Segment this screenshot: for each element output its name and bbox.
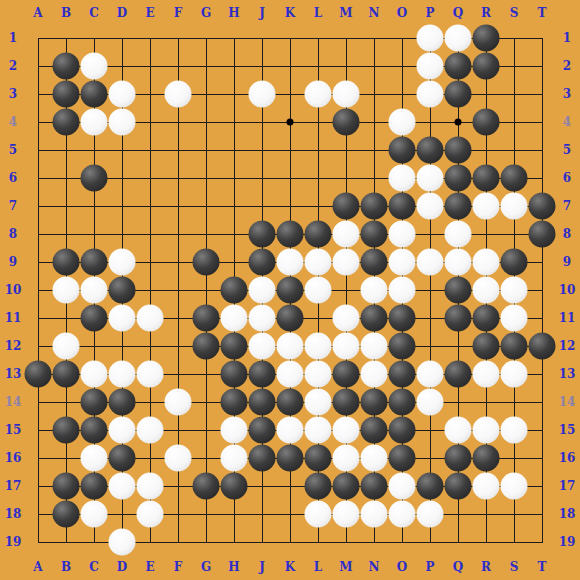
coord-label-col: T: [538, 560, 547, 574]
stone-black-C3[interactable]: [81, 81, 108, 108]
stone-white-M8[interactable]: [333, 221, 360, 248]
stone-black-R2[interactable]: [473, 53, 500, 80]
coord-label-row: 5: [9, 143, 17, 157]
stone-white-N13[interactable]: [361, 361, 388, 388]
coord-label-col: E: [145, 6, 154, 20]
stone-white-L12[interactable]: [305, 333, 332, 360]
stone-white-Q1[interactable]: [445, 25, 472, 52]
coord-label-row: 6: [563, 171, 571, 185]
coord-label-row: 17: [5, 479, 22, 493]
coord-label-col: D: [117, 560, 127, 574]
coord-label-col: K: [285, 6, 295, 20]
stone-white-R9[interactable]: [473, 249, 500, 276]
stone-black-Q17[interactable]: [445, 473, 472, 500]
stone-white-J3[interactable]: [249, 81, 276, 108]
stone-white-K15[interactable]: [277, 417, 304, 444]
coord-label-row: 8: [9, 227, 17, 241]
stone-white-P9[interactable]: [417, 249, 444, 276]
stone-black-N14[interactable]: [361, 389, 388, 416]
stone-white-M15[interactable]: [333, 417, 360, 444]
stone-white-B10[interactable]: [53, 277, 80, 304]
stone-black-D14[interactable]: [109, 389, 136, 416]
coord-label-row: 1: [563, 31, 571, 45]
star-point-icon: [455, 119, 462, 126]
coord-label-col: M: [339, 6, 352, 20]
stone-black-Q13[interactable]: [445, 361, 472, 388]
stone-black-O13[interactable]: [389, 361, 416, 388]
coord-label-row: 7: [563, 199, 571, 213]
stone-black-O16[interactable]: [389, 445, 416, 472]
stone-white-L15[interactable]: [305, 417, 332, 444]
coord-label-col: L: [314, 6, 322, 20]
stone-black-B9[interactable]: [53, 249, 80, 276]
coord-label-col: A: [33, 560, 42, 574]
coord-label-row: 6: [9, 171, 17, 185]
stone-black-G12[interactable]: [193, 333, 220, 360]
stone-black-C15[interactable]: [81, 417, 108, 444]
stone-white-H11[interactable]: [221, 305, 248, 332]
coord-label-col: O: [397, 560, 407, 574]
stone-white-H16[interactable]: [221, 445, 248, 472]
coord-label-row: 2: [563, 59, 571, 73]
stone-white-Q15[interactable]: [445, 417, 472, 444]
coord-label-col: N: [369, 560, 380, 574]
stone-black-M4[interactable]: [333, 109, 360, 136]
stone-black-J13[interactable]: [249, 361, 276, 388]
stone-black-B15[interactable]: [53, 417, 80, 444]
stone-black-B3[interactable]: [53, 81, 80, 108]
coord-label-row: 10: [559, 283, 576, 297]
coord-label-col: S: [510, 560, 519, 574]
stone-black-H13[interactable]: [221, 361, 248, 388]
stone-black-N9[interactable]: [361, 249, 388, 276]
stone-black-M7[interactable]: [333, 193, 360, 220]
stone-white-R10[interactable]: [473, 277, 500, 304]
coord-label-col: B: [61, 560, 71, 574]
stone-black-D16[interactable]: [109, 445, 136, 472]
stone-white-O6[interactable]: [389, 165, 416, 192]
stone-white-C13[interactable]: [81, 361, 108, 388]
stone-white-D4[interactable]: [109, 109, 136, 136]
coord-label-row: 10: [5, 283, 22, 297]
stone-black-B13[interactable]: [53, 361, 80, 388]
stone-black-C17[interactable]: [81, 473, 108, 500]
coord-label-col: F: [174, 6, 183, 20]
coord-label-row: 8: [563, 227, 571, 241]
stone-black-N8[interactable]: [361, 221, 388, 248]
coord-label-col: P: [425, 560, 434, 574]
stone-black-L17[interactable]: [305, 473, 332, 500]
stone-black-C6[interactable]: [81, 165, 108, 192]
stone-black-R12[interactable]: [473, 333, 500, 360]
stone-black-K14[interactable]: [277, 389, 304, 416]
stone-black-G11[interactable]: [193, 305, 220, 332]
stone-white-P13[interactable]: [417, 361, 444, 388]
stone-white-O10[interactable]: [389, 277, 416, 304]
stone-white-C4[interactable]: [81, 109, 108, 136]
stone-black-T12[interactable]: [529, 333, 556, 360]
stone-white-N10[interactable]: [361, 277, 388, 304]
coord-label-col: E: [145, 560, 154, 574]
stone-black-J16[interactable]: [249, 445, 276, 472]
coord-label-row: 12: [559, 339, 576, 353]
stone-black-O7[interactable]: [389, 193, 416, 220]
stone-white-D3[interactable]: [109, 81, 136, 108]
stone-black-K16[interactable]: [277, 445, 304, 472]
stone-white-D19[interactable]: [109, 529, 136, 556]
stone-white-M9[interactable]: [333, 249, 360, 276]
stone-black-Q3[interactable]: [445, 81, 472, 108]
stone-white-C16[interactable]: [81, 445, 108, 472]
coord-label-row: 14: [559, 395, 576, 409]
stone-white-N16[interactable]: [361, 445, 388, 472]
stone-black-C11[interactable]: [81, 305, 108, 332]
stone-white-E13[interactable]: [137, 361, 164, 388]
stone-white-F3[interactable]: [165, 81, 192, 108]
stone-black-B17[interactable]: [53, 473, 80, 500]
grid-line: [38, 514, 543, 515]
stone-white-L14[interactable]: [305, 389, 332, 416]
stone-black-R16[interactable]: [473, 445, 500, 472]
stone-white-C18[interactable]: [81, 501, 108, 528]
coord-label-col: H: [228, 6, 239, 20]
stone-white-P18[interactable]: [417, 501, 444, 528]
stone-black-H12[interactable]: [221, 333, 248, 360]
stone-black-Q10[interactable]: [445, 277, 472, 304]
stone-white-O9[interactable]: [389, 249, 416, 276]
coord-label-row: 18: [5, 507, 22, 521]
coord-label-row: 18: [559, 507, 576, 521]
stone-white-D11[interactable]: [109, 305, 136, 332]
stone-white-Q9[interactable]: [445, 249, 472, 276]
stone-black-M17[interactable]: [333, 473, 360, 500]
coord-label-col: F: [174, 560, 183, 574]
stone-white-J11[interactable]: [249, 305, 276, 332]
coord-label-col: B: [61, 6, 71, 20]
coord-label-col: J: [259, 6, 265, 20]
stone-white-N18[interactable]: [361, 501, 388, 528]
stone-black-O14[interactable]: [389, 389, 416, 416]
coord-label-row: 4: [563, 115, 571, 129]
coord-label-row: 9: [9, 255, 17, 269]
coord-label-row: 9: [563, 255, 571, 269]
stone-white-S17[interactable]: [501, 473, 528, 500]
stone-black-K11[interactable]: [277, 305, 304, 332]
coord-label-col: A: [33, 6, 42, 20]
stone-black-K8[interactable]: [277, 221, 304, 248]
stone-white-E18[interactable]: [137, 501, 164, 528]
stone-black-D10[interactable]: [109, 277, 136, 304]
stone-white-R17[interactable]: [473, 473, 500, 500]
stone-black-H10[interactable]: [221, 277, 248, 304]
coord-label-row: 7: [9, 199, 17, 213]
coord-label-col: N: [369, 6, 380, 20]
coord-label-row: 15: [559, 423, 576, 437]
stone-white-P1[interactable]: [417, 25, 444, 52]
coord-label-row: 15: [5, 423, 22, 437]
stone-white-L9[interactable]: [305, 249, 332, 276]
coord-label-row: 13: [5, 367, 22, 381]
stone-black-O5[interactable]: [389, 137, 416, 164]
stone-black-B4[interactable]: [53, 109, 80, 136]
stone-black-G17[interactable]: [193, 473, 220, 500]
coord-label-col: R: [481, 6, 491, 20]
coord-label-row: 3: [9, 87, 17, 101]
stone-white-Q8[interactable]: [445, 221, 472, 248]
grid-line: [542, 38, 543, 543]
stone-black-B2[interactable]: [53, 53, 80, 80]
coord-label-col: J: [259, 560, 265, 574]
stone-black-O11[interactable]: [389, 305, 416, 332]
stone-black-P5[interactable]: [417, 137, 444, 164]
stone-black-R1[interactable]: [473, 25, 500, 52]
stone-black-B18[interactable]: [53, 501, 80, 528]
stone-white-F14[interactable]: [165, 389, 192, 416]
stone-black-L8[interactable]: [305, 221, 332, 248]
stone-black-Q6[interactable]: [445, 165, 472, 192]
stone-white-M3[interactable]: [333, 81, 360, 108]
stone-white-C2[interactable]: [81, 53, 108, 80]
stone-white-F16[interactable]: [165, 445, 192, 472]
stone-black-R11[interactable]: [473, 305, 500, 332]
stone-white-P6[interactable]: [417, 165, 444, 192]
coord-label-col: T: [538, 6, 547, 20]
stone-black-H14[interactable]: [221, 389, 248, 416]
coord-label-row: 13: [559, 367, 576, 381]
stone-white-O18[interactable]: [389, 501, 416, 528]
stone-white-R13[interactable]: [473, 361, 500, 388]
stone-white-M11[interactable]: [333, 305, 360, 332]
stone-white-D17[interactable]: [109, 473, 136, 500]
stone-white-L13[interactable]: [305, 361, 332, 388]
stone-white-L3[interactable]: [305, 81, 332, 108]
coord-label-col: H: [228, 560, 239, 574]
stone-black-J14[interactable]: [249, 389, 276, 416]
stone-white-K12[interactable]: [277, 333, 304, 360]
stone-black-T8[interactable]: [529, 221, 556, 248]
stone-white-P7[interactable]: [417, 193, 444, 220]
stone-white-H15[interactable]: [221, 417, 248, 444]
grid-line: [430, 38, 431, 543]
coord-label-col: Q: [453, 6, 463, 20]
stone-white-S13[interactable]: [501, 361, 528, 388]
stone-black-M13[interactable]: [333, 361, 360, 388]
stone-white-S10[interactable]: [501, 277, 528, 304]
coord-label-col: K: [285, 560, 295, 574]
coord-label-col: G: [201, 560, 211, 574]
stone-black-J15[interactable]: [249, 417, 276, 444]
stone-black-N7[interactable]: [361, 193, 388, 220]
coord-label-row: 19: [559, 535, 576, 549]
stone-white-S11[interactable]: [501, 305, 528, 332]
stone-black-A13[interactable]: [25, 361, 52, 388]
coord-label-row: 19: [5, 535, 22, 549]
stone-white-K9[interactable]: [277, 249, 304, 276]
coord-label-col: C: [89, 6, 99, 20]
coord-label-col: Q: [453, 560, 463, 574]
coord-label-row: 14: [5, 395, 22, 409]
stone-black-P17[interactable]: [417, 473, 444, 500]
stone-white-O8[interactable]: [389, 221, 416, 248]
stone-black-Q7[interactable]: [445, 193, 472, 220]
stone-black-R4[interactable]: [473, 109, 500, 136]
stone-black-L16[interactable]: [305, 445, 332, 472]
stone-white-N12[interactable]: [361, 333, 388, 360]
stone-white-C10[interactable]: [81, 277, 108, 304]
stone-white-O17[interactable]: [389, 473, 416, 500]
stone-black-K10[interactable]: [277, 277, 304, 304]
coord-label-col: L: [314, 560, 322, 574]
coord-label-row: 1: [9, 31, 17, 45]
coord-label-row: 2: [9, 59, 17, 73]
stone-black-Q5[interactable]: [445, 137, 472, 164]
stone-black-G9[interactable]: [193, 249, 220, 276]
stone-black-O15[interactable]: [389, 417, 416, 444]
stone-white-E11[interactable]: [137, 305, 164, 332]
stone-black-Q2[interactable]: [445, 53, 472, 80]
stone-white-B12[interactable]: [53, 333, 80, 360]
stone-black-N17[interactable]: [361, 473, 388, 500]
stone-black-Q11[interactable]: [445, 305, 472, 332]
stone-white-P2[interactable]: [417, 53, 444, 80]
stone-black-M14[interactable]: [333, 389, 360, 416]
coord-label-col: C: [89, 560, 99, 574]
stone-black-J8[interactable]: [249, 221, 276, 248]
stone-black-H17[interactable]: [221, 473, 248, 500]
stone-white-L18[interactable]: [305, 501, 332, 528]
stone-white-J12[interactable]: [249, 333, 276, 360]
stone-white-M16[interactable]: [333, 445, 360, 472]
stone-white-E17[interactable]: [137, 473, 164, 500]
coord-label-row: 4: [9, 115, 17, 129]
coord-label-col: R: [481, 560, 491, 574]
coord-label-row: 16: [559, 451, 576, 465]
coord-label-col: O: [397, 6, 407, 20]
coord-label-col: D: [117, 6, 127, 20]
stone-white-M12[interactable]: [333, 333, 360, 360]
stone-white-E15[interactable]: [137, 417, 164, 444]
stone-black-N11[interactable]: [361, 305, 388, 332]
stone-white-J10[interactable]: [249, 277, 276, 304]
stone-white-D13[interactable]: [109, 361, 136, 388]
stone-black-S12[interactable]: [501, 333, 528, 360]
stone-white-L10[interactable]: [305, 277, 332, 304]
coord-label-col: S: [510, 6, 519, 20]
stone-black-S9[interactable]: [501, 249, 528, 276]
stone-white-R15[interactable]: [473, 417, 500, 444]
stone-black-R6[interactable]: [473, 165, 500, 192]
stone-white-O4[interactable]: [389, 109, 416, 136]
stone-white-P3[interactable]: [417, 81, 444, 108]
stone-white-R7[interactable]: [473, 193, 500, 220]
star-point-icon: [287, 119, 294, 126]
stone-white-P14[interactable]: [417, 389, 444, 416]
stone-black-Q16[interactable]: [445, 445, 472, 472]
stone-black-N15[interactable]: [361, 417, 388, 444]
stone-black-T7[interactable]: [529, 193, 556, 220]
coord-label-row: 12: [5, 339, 22, 353]
stone-white-S15[interactable]: [501, 417, 528, 444]
stone-white-M18[interactable]: [333, 501, 360, 528]
stone-white-S7[interactable]: [501, 193, 528, 220]
coord-label-row: 17: [559, 479, 576, 493]
stone-white-K13[interactable]: [277, 361, 304, 388]
stone-black-C14[interactable]: [81, 389, 108, 416]
coord-label-col: P: [425, 6, 434, 20]
stone-white-D15[interactable]: [109, 417, 136, 444]
stone-white-D9[interactable]: [109, 249, 136, 276]
stone-black-J9[interactable]: [249, 249, 276, 276]
coord-label-col: M: [339, 560, 352, 574]
stone-black-S6[interactable]: [501, 165, 528, 192]
coord-label-row: 5: [563, 143, 571, 157]
coord-label-row: 11: [5, 311, 22, 325]
go-board-page: AABBCCDDEEFFGGHHJJKKLLMMNNOOPPQQRRSSTT11…: [0, 0, 580, 580]
coord-label-row: 11: [559, 311, 576, 325]
stone-black-C9[interactable]: [81, 249, 108, 276]
coord-label-row: 16: [5, 451, 22, 465]
coord-label-col: G: [201, 6, 211, 20]
stone-black-O12[interactable]: [389, 333, 416, 360]
coord-label-row: 3: [563, 87, 571, 101]
